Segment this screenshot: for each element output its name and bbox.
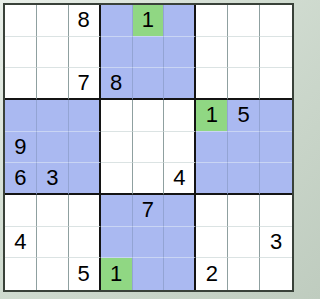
cell-r1c8[interactable] [228,5,260,37]
cell-r9c4[interactable]: 1 [101,258,133,290]
cell-r8c8[interactable] [228,227,260,259]
cell-r8c3[interactable] [69,227,101,259]
cell-r5c1[interactable]: 9 [5,132,37,164]
cell-r1c1[interactable] [5,5,37,37]
cell-r2c4[interactable] [101,37,133,69]
cell-r6c6[interactable]: 4 [164,163,196,195]
cell-r6c3[interactable] [69,163,101,195]
cell-r4c3[interactable] [69,100,101,132]
cell-r7c5[interactable]: 7 [133,195,165,227]
cell-r2c8[interactable] [228,37,260,69]
cell-r3c5[interactable] [133,68,165,100]
cell-r9c9[interactable] [260,258,292,290]
cell-r3c8[interactable] [228,68,260,100]
cell-r7c6[interactable] [164,195,196,227]
cell-r1c4[interactable] [101,5,133,37]
cell-r6c2[interactable]: 3 [37,163,69,195]
cell-r7c3[interactable] [69,195,101,227]
cell-r5c4[interactable] [101,132,133,164]
cell-r3c3[interactable]: 7 [69,68,101,100]
cell-r3c2[interactable] [37,68,69,100]
cell-r4c8[interactable]: 5 [228,100,260,132]
cell-r3c6[interactable] [164,68,196,100]
cell-r1c7[interactable] [196,5,228,37]
cell-r3c7[interactable] [196,68,228,100]
cell-r9c5[interactable] [133,258,165,290]
cell-r6c9[interactable] [260,163,292,195]
cell-r4c5[interactable] [133,100,165,132]
cell-r7c9[interactable] [260,195,292,227]
cell-r9c3[interactable]: 5 [69,258,101,290]
cell-r2c6[interactable] [164,37,196,69]
cell-r2c1[interactable] [5,37,37,69]
cell-r7c4[interactable] [101,195,133,227]
cell-r5c3[interactable] [69,132,101,164]
cell-r1c3[interactable]: 8 [69,5,101,37]
cell-r5c2[interactable] [37,132,69,164]
cell-r1c9[interactable] [260,5,292,37]
cell-r1c6[interactable] [164,5,196,37]
cell-r7c2[interactable] [37,195,69,227]
cell-r3c9[interactable] [260,68,292,100]
cell-r8c1[interactable]: 4 [5,227,37,259]
cell-r6c5[interactable] [133,163,165,195]
cell-r2c2[interactable] [37,37,69,69]
cell-r8c9[interactable]: 3 [260,227,292,259]
cell-r8c5[interactable] [133,227,165,259]
cell-r8c6[interactable] [164,227,196,259]
cell-r7c7[interactable] [196,195,228,227]
cell-r9c7[interactable]: 2 [196,258,228,290]
cell-r2c5[interactable] [133,37,165,69]
cell-r8c7[interactable] [196,227,228,259]
cell-r5c7[interactable] [196,132,228,164]
cell-r2c3[interactable] [69,37,101,69]
cell-r8c2[interactable] [37,227,69,259]
cell-r4c7[interactable]: 1 [196,100,228,132]
cell-r5c5[interactable] [133,132,165,164]
cell-r3c1[interactable] [5,68,37,100]
cell-r4c1[interactable] [5,100,37,132]
cell-r2c7[interactable] [196,37,228,69]
cell-r7c8[interactable] [228,195,260,227]
cell-r6c7[interactable] [196,163,228,195]
cell-r9c1[interactable] [5,258,37,290]
cell-r3c4[interactable]: 8 [101,68,133,100]
cell-r4c6[interactable] [164,100,196,132]
cell-r6c4[interactable] [101,163,133,195]
sudoku-board: 8178159634743512 [3,3,294,292]
cell-r5c6[interactable] [164,132,196,164]
cell-r8c4[interactable] [101,227,133,259]
cell-r6c8[interactable] [228,163,260,195]
cell-r2c9[interactable] [260,37,292,69]
cell-r9c6[interactable] [164,258,196,290]
cell-r1c5[interactable]: 1 [133,5,165,37]
cell-r9c2[interactable] [37,258,69,290]
cell-r5c9[interactable] [260,132,292,164]
cell-r5c8[interactable] [228,132,260,164]
cell-r4c2[interactable] [37,100,69,132]
cell-r4c4[interactable] [101,100,133,132]
cell-r7c1[interactable] [5,195,37,227]
cell-r4c9[interactable] [260,100,292,132]
cell-r9c8[interactable] [228,258,260,290]
cell-r6c1[interactable]: 6 [5,163,37,195]
page-background: { "game": "sudoku", "position": "..8.1..… [0,0,300,299]
cell-r1c2[interactable] [37,5,69,37]
